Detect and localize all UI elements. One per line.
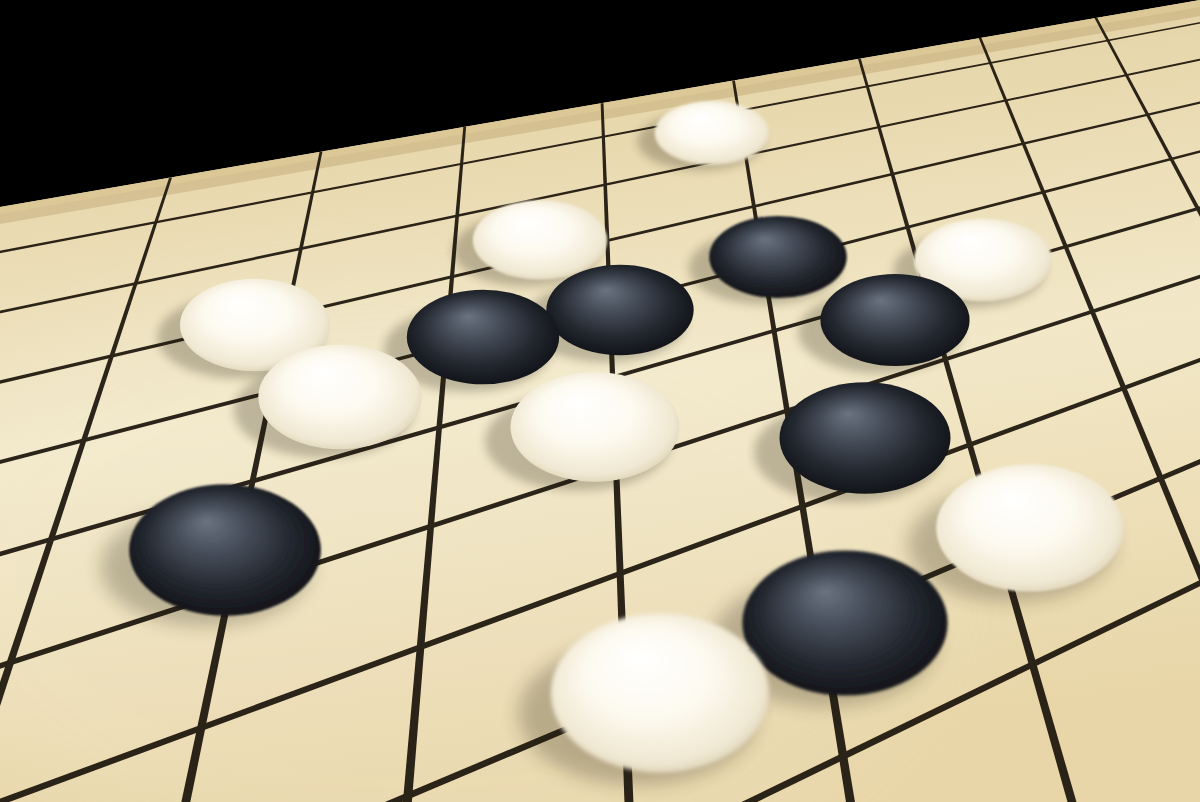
stone-white-body bbox=[551, 614, 769, 773]
stone-white-body bbox=[473, 200, 607, 280]
stone-white-body bbox=[258, 345, 421, 449]
stone-black-body bbox=[742, 550, 947, 695]
stone-black-body bbox=[129, 484, 321, 615]
go-board-canvas bbox=[0, 0, 1200, 802]
stone-white-body bbox=[655, 101, 770, 165]
go-board-photo bbox=[0, 0, 1200, 802]
stone-black-body bbox=[407, 290, 559, 385]
stone-white-body bbox=[936, 464, 1124, 591]
stone-black-body bbox=[709, 216, 847, 298]
stone-black-body bbox=[779, 382, 950, 493]
stone-white-body bbox=[511, 372, 680, 482]
stone-black-body bbox=[546, 265, 693, 355]
stone-black-body bbox=[820, 274, 969, 366]
